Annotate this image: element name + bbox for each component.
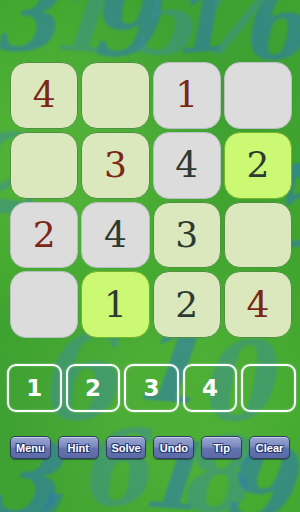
- cell-r4c3[interactable]: 2: [153, 271, 221, 338]
- cell-r4c4[interactable]: 4: [224, 271, 292, 338]
- cell-r1c3[interactable]: 1: [153, 62, 221, 129]
- cell-r4c1[interactable]: [10, 271, 78, 338]
- cell-r2c2[interactable]: 3: [81, 132, 149, 199]
- palette-key-3[interactable]: 3: [124, 364, 179, 412]
- number-palette: 1 2 3 4: [7, 364, 296, 412]
- undo-button[interactable]: Undo: [153, 436, 194, 459]
- cell-r4c2[interactable]: 1: [81, 271, 149, 338]
- cell-r1c2[interactable]: [81, 62, 149, 129]
- palette-key-1[interactable]: 1: [7, 364, 62, 412]
- palette-key-2[interactable]: 2: [66, 364, 121, 412]
- palette-key-4[interactable]: 4: [183, 364, 238, 412]
- cell-r3c4[interactable]: [224, 202, 292, 269]
- hint-button[interactable]: Hint: [58, 436, 99, 459]
- tip-button[interactable]: Tip: [201, 436, 242, 459]
- palette-key-eraser[interactable]: [241, 364, 296, 412]
- menu-button[interactable]: Menu: [10, 436, 51, 459]
- cell-r3c1[interactable]: 2: [10, 202, 78, 269]
- cell-r2c3[interactable]: 4: [153, 132, 221, 199]
- cell-r3c3[interactable]: 3: [153, 202, 221, 269]
- solve-button[interactable]: Solve: [106, 436, 147, 459]
- cell-r2c4[interactable]: 2: [224, 132, 292, 199]
- toolbar: Menu Hint Solve Undo Tip Clear: [10, 436, 290, 459]
- cell-r1c1[interactable]: 4: [10, 62, 78, 129]
- cell-r3c2[interactable]: 4: [81, 202, 149, 269]
- cell-r1c4[interactable]: [224, 62, 292, 129]
- sudoku-board: 4 1 3 4 2 2 4 3 1 2 4: [10, 62, 292, 338]
- clear-button[interactable]: Clear: [249, 436, 290, 459]
- cell-r2c1[interactable]: [10, 132, 78, 199]
